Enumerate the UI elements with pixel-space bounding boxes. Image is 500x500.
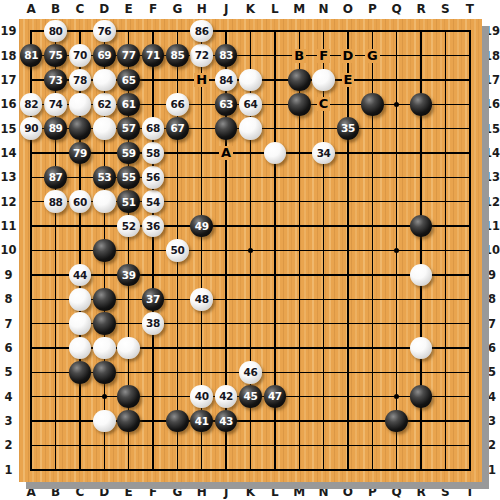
row-label-left-7: 7	[0, 311, 17, 335]
row-label-left-10: 10	[0, 238, 17, 262]
stone-black-a18[interactable]: 81	[20, 44, 43, 67]
stone-black-r4[interactable]	[410, 385, 433, 408]
stone-black-c15[interactable]	[69, 117, 92, 140]
stone-black-e9[interactable]: 39	[117, 264, 140, 287]
stone-white-h18[interactable]: 72	[190, 44, 213, 67]
stone-white-l14[interactable]	[264, 142, 287, 165]
stone-white-f15[interactable]: 68	[142, 117, 165, 140]
go-board[interactable]: 3435363738394041424344454647484950515253…	[19, 19, 482, 482]
row-label-right-8: 8	[484, 287, 500, 311]
stone-black-l4[interactable]: 47	[264, 385, 287, 408]
stone-black-b13[interactable]: 87	[44, 166, 67, 189]
letter-mark-c[interactable]: C	[317, 97, 331, 111]
stone-white-f11[interactable]: 36	[142, 215, 165, 238]
row-label-left-11: 11	[0, 214, 17, 238]
stone-black-e16[interactable]: 61	[117, 93, 140, 116]
col-label-bottom-p: P	[360, 484, 384, 499]
stone-white-h4[interactable]: 40	[190, 385, 213, 408]
stone-white-b19[interactable]: 80	[44, 20, 67, 43]
row-label-left-15: 15	[0, 116, 17, 140]
col-label-bottom-e: E	[116, 484, 140, 499]
stone-white-g16[interactable]: 66	[166, 93, 189, 116]
row-label-right-16: 16	[484, 92, 500, 116]
stone-black-g18[interactable]: 85	[166, 44, 189, 67]
stone-black-j16[interactable]: 63	[215, 93, 238, 116]
stone-white-c18[interactable]: 70	[69, 44, 92, 67]
stone-white-b16[interactable]: 74	[44, 93, 67, 116]
stone-black-m17[interactable]	[288, 69, 311, 92]
col-label-bottom-l: L	[263, 484, 287, 499]
row-label-right-4: 4	[484, 385, 500, 409]
col-label-bottom-d: D	[92, 484, 116, 499]
row-label-right-10: 10	[484, 238, 500, 262]
row-label-right-9: 9	[484, 263, 500, 287]
stone-white-k16[interactable]: 64	[239, 93, 262, 116]
row-label-left-9: 9	[0, 263, 17, 287]
stone-black-d18[interactable]: 69	[93, 44, 116, 67]
stone-black-r11[interactable]	[410, 215, 433, 238]
row-label-right-13: 13	[484, 165, 500, 189]
stone-black-b15[interactable]: 89	[44, 117, 67, 140]
row-label-left-17: 17	[0, 68, 17, 92]
col-label-top-j: J	[214, 1, 238, 17]
col-label-bottom-n: N	[311, 484, 335, 499]
stone-black-h3[interactable]: 41	[190, 410, 213, 433]
col-label-bottom-b: B	[43, 484, 67, 499]
stone-black-e13[interactable]: 55	[117, 166, 140, 189]
stone-white-n17[interactable]	[312, 69, 335, 92]
stone-white-e6[interactable]	[117, 337, 140, 360]
col-label-top-m: M	[287, 1, 311, 17]
stone-white-d15[interactable]	[93, 117, 116, 140]
stone-black-d5[interactable]	[93, 361, 116, 384]
stone-white-h8[interactable]: 48	[190, 288, 213, 311]
col-label-top-r: R	[409, 1, 433, 17]
row-label-left-5: 5	[0, 360, 17, 384]
row-label-left-2: 2	[0, 433, 17, 457]
stone-black-k4[interactable]: 45	[239, 385, 262, 408]
stone-black-e17[interactable]: 65	[117, 69, 140, 92]
row-label-left-14: 14	[0, 141, 17, 165]
stone-white-f13[interactable]: 56	[142, 166, 165, 189]
col-label-top-q: Q	[385, 1, 409, 17]
letter-mark-h[interactable]: H	[194, 73, 209, 87]
row-label-right-17: 17	[484, 68, 500, 92]
stone-white-r6[interactable]	[410, 337, 433, 360]
stone-black-p16[interactable]	[361, 93, 384, 116]
row-label-right-11: 11	[484, 214, 500, 238]
row-label-left-1: 1	[0, 458, 17, 482]
stone-white-f14[interactable]: 58	[142, 142, 165, 165]
stone-black-e3[interactable]	[117, 410, 140, 433]
row-label-right-14: 14	[484, 141, 500, 165]
stone-white-c16[interactable]	[69, 93, 92, 116]
stone-black-f8[interactable]: 37	[142, 288, 165, 311]
stone-black-g15[interactable]: 67	[166, 117, 189, 140]
col-label-top-h: H	[190, 1, 214, 17]
stone-white-j17[interactable]: 84	[215, 69, 238, 92]
row-label-right-2: 2	[484, 433, 500, 457]
stone-white-d19[interactable]: 76	[93, 20, 116, 43]
stone-black-j18[interactable]: 83	[215, 44, 238, 67]
col-label-top-k: K	[238, 1, 262, 17]
stone-black-d10[interactable]	[93, 239, 116, 262]
col-label-bottom-m: M	[287, 484, 311, 499]
row-label-right-5: 5	[484, 360, 500, 384]
row-label-right-18: 18	[484, 43, 500, 67]
col-label-bottom-a: A	[19, 484, 43, 499]
stone-black-e15[interactable]: 57	[117, 117, 140, 140]
stone-black-j15[interactable]	[215, 117, 238, 140]
col-label-top-f: F	[141, 1, 165, 17]
row-label-right-12: 12	[484, 190, 500, 214]
stone-black-q3[interactable]	[385, 410, 408, 433]
col-label-bottom-g: G	[165, 484, 189, 499]
stone-white-n14[interactable]: 34	[312, 142, 335, 165]
stone-white-k5[interactable]: 46	[239, 361, 262, 384]
col-label-top-g: G	[165, 1, 189, 17]
column-labels-bottom: ABCDEFGHJKLMNOPQRST	[19, 484, 482, 499]
stone-black-f18[interactable]: 71	[142, 44, 165, 67]
stone-black-m16[interactable]	[288, 93, 311, 116]
row-label-right-15: 15	[484, 116, 500, 140]
stone-white-d16[interactable]: 62	[93, 93, 116, 116]
row-label-left-13: 13	[0, 165, 17, 189]
col-label-top-d: D	[92, 1, 116, 17]
row-label-left-4: 4	[0, 385, 17, 409]
row-label-left-3: 3	[0, 409, 17, 433]
stone-white-c9[interactable]: 44	[69, 264, 92, 287]
row-label-right-1: 1	[484, 458, 500, 482]
stone-black-e4[interactable]	[117, 385, 140, 408]
stone-white-c7[interactable]	[69, 312, 92, 335]
row-label-left-6: 6	[0, 336, 17, 360]
row-label-right-19: 19	[484, 19, 500, 43]
col-label-bottom-f: F	[141, 484, 165, 499]
col-label-top-e: E	[116, 1, 140, 17]
col-label-top-o: O	[336, 1, 360, 17]
stone-white-f12[interactable]: 54	[142, 190, 165, 213]
stone-black-e12[interactable]: 51	[117, 190, 140, 213]
column-labels-top: ABCDEFGHJKLMNOPQRST	[19, 1, 482, 17]
letter-mark-g[interactable]: G	[365, 49, 380, 63]
stone-white-g10[interactable]: 50	[166, 239, 189, 262]
stone-white-e11[interactable]: 52	[117, 215, 140, 238]
row-label-right-6: 6	[484, 336, 500, 360]
row-labels-right: 19181716151413121110987654321	[484, 19, 500, 482]
col-label-bottom-c: C	[68, 484, 92, 499]
stone-white-a16[interactable]: 82	[20, 93, 43, 116]
col-label-top-l: L	[263, 1, 287, 17]
board-cells: 3435363738394041424344454647484950515253…	[19, 19, 482, 482]
row-label-right-7: 7	[484, 311, 500, 335]
stone-black-o15[interactable]: 35	[337, 117, 360, 140]
row-label-left-18: 18	[0, 43, 17, 67]
row-label-left-19: 19	[0, 19, 17, 43]
go-diagram: ABCDEFGHJKLMNOPQRST ABCDEFGHJKLMNOPQRST …	[0, 0, 500, 500]
stone-black-d7[interactable]	[93, 312, 116, 335]
stone-white-b12[interactable]: 88	[44, 190, 67, 213]
letter-mark-e[interactable]: E	[342, 73, 355, 87]
col-label-bottom-o: O	[336, 484, 360, 499]
col-label-bottom-r: R	[409, 484, 433, 499]
letter-mark-b[interactable]: B	[292, 49, 306, 63]
stone-black-d8[interactable]	[93, 288, 116, 311]
stone-black-c5[interactable]	[69, 361, 92, 384]
col-label-bottom-q: Q	[385, 484, 409, 499]
row-label-left-16: 16	[0, 92, 17, 116]
col-label-bottom-h: H	[190, 484, 214, 499]
col-label-top-s: S	[433, 1, 457, 17]
stone-black-e18[interactable]: 77	[117, 44, 140, 67]
stone-white-f7[interactable]: 38	[142, 312, 165, 335]
col-label-bottom-t: T	[458, 484, 482, 499]
stone-white-r9[interactable]	[410, 264, 433, 287]
stone-white-j4[interactable]: 42	[215, 385, 238, 408]
col-label-bottom-k: K	[238, 484, 262, 499]
col-label-top-t: T	[458, 1, 482, 17]
col-label-bottom-s: S	[433, 484, 457, 499]
row-labels-left: 19181716151413121110987654321	[0, 19, 17, 482]
row-label-left-12: 12	[0, 190, 17, 214]
letter-mark-f[interactable]: F	[317, 49, 330, 63]
stone-white-d12[interactable]	[93, 190, 116, 213]
stone-black-h11[interactable]: 49	[190, 215, 213, 238]
letter-mark-d[interactable]: D	[341, 49, 356, 63]
stone-white-d6[interactable]	[93, 337, 116, 360]
col-label-bottom-j: J	[214, 484, 238, 499]
stone-black-b17[interactable]: 73	[44, 69, 67, 92]
stone-white-d17[interactable]	[93, 69, 116, 92]
stone-black-b18[interactable]: 75	[44, 44, 67, 67]
stone-white-a15[interactable]: 90	[20, 117, 43, 140]
col-label-top-a: A	[19, 1, 43, 17]
stone-white-c6[interactable]	[69, 337, 92, 360]
stone-white-k17[interactable]	[239, 69, 262, 92]
letter-mark-a[interactable]: A	[219, 146, 233, 160]
stone-black-r16[interactable]	[410, 93, 433, 116]
stone-black-d13[interactable]: 53	[93, 166, 116, 189]
col-label-top-c: C	[68, 1, 92, 17]
row-label-left-8: 8	[0, 287, 17, 311]
stone-black-e14[interactable]: 59	[117, 142, 140, 165]
stone-black-j3[interactable]: 43	[215, 410, 238, 433]
col-label-top-p: P	[360, 1, 384, 17]
stone-white-c8[interactable]	[69, 288, 92, 311]
row-label-right-3: 3	[484, 409, 500, 433]
col-label-top-n: N	[311, 1, 335, 17]
stone-black-g3[interactable]	[166, 410, 189, 433]
stone-white-k15[interactable]	[239, 117, 262, 140]
stone-white-d3[interactable]	[93, 410, 116, 433]
stone-white-c12[interactable]: 60	[69, 190, 92, 213]
col-label-top-b: B	[43, 1, 67, 17]
stone-black-c14[interactable]: 79	[69, 142, 92, 165]
stone-white-c17[interactable]: 78	[69, 69, 92, 92]
stone-white-h19[interactable]: 86	[190, 20, 213, 43]
